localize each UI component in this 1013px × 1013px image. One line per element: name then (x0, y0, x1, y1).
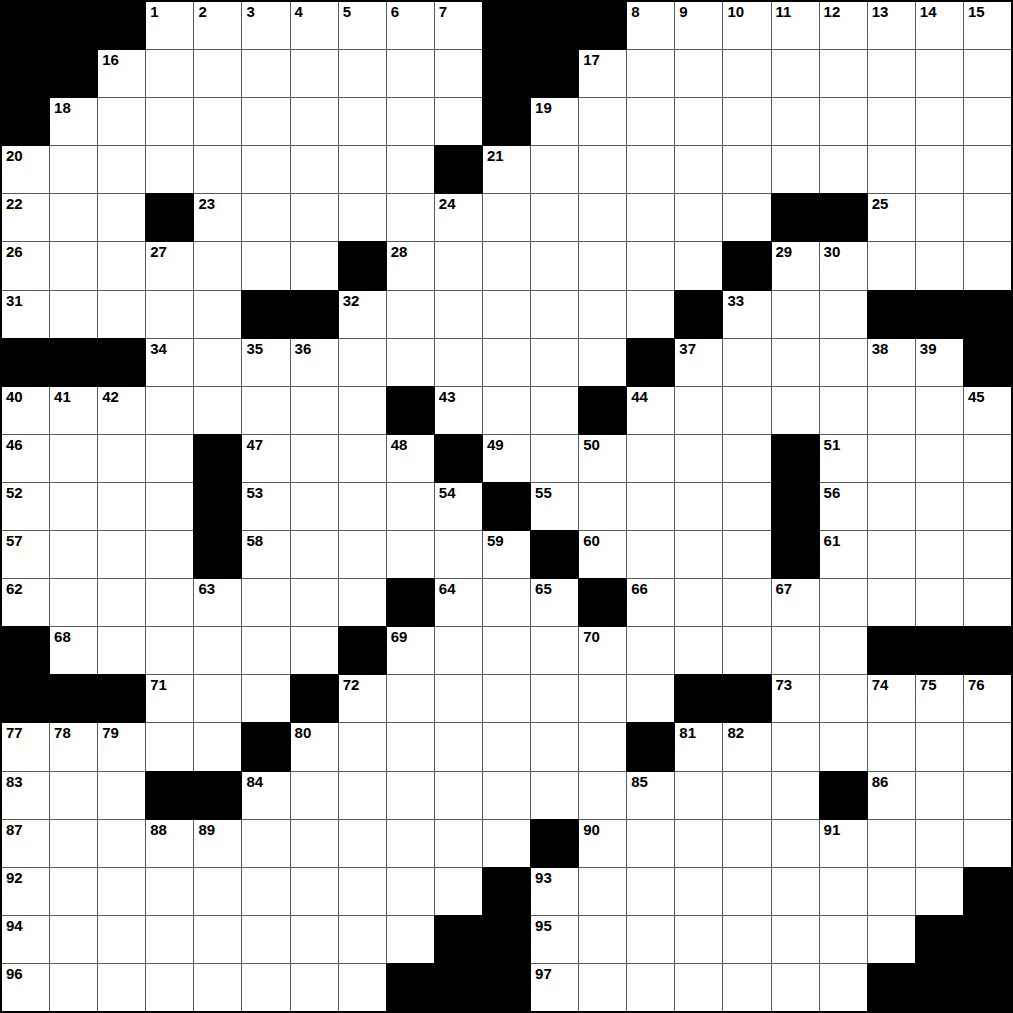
white-cell[interactable] (916, 579, 963, 626)
white-cell[interactable] (723, 483, 770, 530)
white-cell[interactable]: 92 (2, 868, 49, 915)
white-cell[interactable] (194, 723, 241, 770)
white-cell[interactable] (435, 291, 482, 338)
white-cell[interactable] (627, 98, 674, 145)
white-cell[interactable]: 66 (627, 579, 674, 626)
white-cell[interactable] (483, 627, 530, 674)
white-cell[interactable] (916, 820, 963, 867)
white-cell[interactable] (435, 627, 482, 674)
white-cell[interactable] (723, 339, 770, 386)
white-cell[interactable]: 14 (916, 2, 963, 49)
white-cell[interactable] (339, 531, 386, 578)
white-cell[interactable] (242, 964, 289, 1011)
white-cell[interactable] (387, 98, 434, 145)
white-cell[interactable] (146, 146, 193, 193)
white-cell[interactable] (339, 723, 386, 770)
white-cell[interactable] (868, 146, 915, 193)
white-cell[interactable] (723, 50, 770, 97)
white-cell[interactable]: 89 (194, 820, 241, 867)
white-cell[interactable] (579, 868, 626, 915)
white-cell[interactable] (50, 146, 97, 193)
white-cell[interactable]: 56 (820, 483, 867, 530)
white-cell[interactable]: 44 (627, 387, 674, 434)
white-cell[interactable] (627, 146, 674, 193)
white-cell[interactable] (291, 50, 338, 97)
white-cell[interactable]: 52 (2, 483, 49, 530)
white-cell[interactable] (387, 339, 434, 386)
white-cell[interactable] (916, 387, 963, 434)
white-cell[interactable] (146, 579, 193, 626)
white-cell[interactable] (964, 98, 1011, 145)
white-cell[interactable]: 21 (483, 146, 530, 193)
white-cell[interactable] (146, 483, 193, 530)
white-cell[interactable]: 34 (146, 339, 193, 386)
white-cell[interactable]: 37 (675, 339, 722, 386)
white-cell[interactable] (916, 98, 963, 145)
white-cell[interactable] (291, 387, 338, 434)
white-cell[interactable] (627, 291, 674, 338)
white-cell[interactable]: 6 (387, 2, 434, 49)
white-cell[interactable] (820, 964, 867, 1011)
white-cell[interactable] (98, 916, 145, 963)
white-cell[interactable] (531, 723, 578, 770)
white-cell[interactable] (868, 531, 915, 578)
white-cell[interactable]: 82 (723, 723, 770, 770)
white-cell[interactable]: 17 (579, 50, 626, 97)
white-cell[interactable] (772, 868, 819, 915)
white-cell[interactable] (146, 291, 193, 338)
white-cell[interactable] (339, 435, 386, 482)
white-cell[interactable] (194, 964, 241, 1011)
white-cell[interactable]: 35 (242, 339, 289, 386)
white-cell[interactable] (723, 916, 770, 963)
white-cell[interactable]: 30 (820, 242, 867, 289)
white-cell[interactable] (531, 194, 578, 241)
white-cell[interactable] (772, 98, 819, 145)
white-cell[interactable]: 2 (194, 2, 241, 49)
white-cell[interactable] (98, 435, 145, 482)
white-cell[interactable] (820, 916, 867, 963)
white-cell[interactable] (675, 435, 722, 482)
white-cell[interactable] (146, 868, 193, 915)
white-cell[interactable] (339, 916, 386, 963)
white-cell[interactable] (675, 242, 722, 289)
white-cell[interactable] (627, 627, 674, 674)
white-cell[interactable] (242, 194, 289, 241)
white-cell[interactable]: 58 (242, 531, 289, 578)
white-cell[interactable]: 90 (579, 820, 626, 867)
white-cell[interactable] (339, 387, 386, 434)
white-cell[interactable] (339, 579, 386, 626)
white-cell[interactable] (868, 98, 915, 145)
white-cell[interactable]: 19 (531, 98, 578, 145)
white-cell[interactable] (531, 435, 578, 482)
white-cell[interactable] (50, 964, 97, 1011)
white-cell[interactable]: 61 (820, 531, 867, 578)
white-cell[interactable] (50, 531, 97, 578)
white-cell[interactable] (772, 627, 819, 674)
white-cell[interactable]: 54 (435, 483, 482, 530)
white-cell[interactable]: 48 (387, 435, 434, 482)
white-cell[interactable] (339, 50, 386, 97)
white-cell[interactable] (675, 146, 722, 193)
white-cell[interactable]: 18 (50, 98, 97, 145)
white-cell[interactable]: 87 (2, 820, 49, 867)
white-cell[interactable] (579, 194, 626, 241)
white-cell[interactable] (50, 435, 97, 482)
white-cell[interactable] (772, 291, 819, 338)
white-cell[interactable]: 64 (435, 579, 482, 626)
white-cell[interactable] (98, 98, 145, 145)
white-cell[interactable] (723, 579, 770, 626)
white-cell[interactable] (579, 146, 626, 193)
white-cell[interactable] (146, 964, 193, 1011)
white-cell[interactable] (820, 146, 867, 193)
white-cell[interactable]: 13 (868, 2, 915, 49)
white-cell[interactable] (339, 483, 386, 530)
white-cell[interactable]: 32 (339, 291, 386, 338)
white-cell[interactable] (146, 916, 193, 963)
white-cell[interactable] (579, 483, 626, 530)
white-cell[interactable] (50, 916, 97, 963)
white-cell[interactable]: 95 (531, 916, 578, 963)
white-cell[interactable] (531, 339, 578, 386)
white-cell[interactable]: 23 (194, 194, 241, 241)
white-cell[interactable] (723, 194, 770, 241)
white-cell[interactable]: 94 (2, 916, 49, 963)
white-cell[interactable] (820, 723, 867, 770)
white-cell[interactable] (627, 964, 674, 1011)
white-cell[interactable] (98, 820, 145, 867)
white-cell[interactable]: 20 (2, 146, 49, 193)
white-cell[interactable] (98, 531, 145, 578)
white-cell[interactable]: 83 (2, 772, 49, 819)
white-cell[interactable] (146, 531, 193, 578)
white-cell[interactable] (483, 675, 530, 722)
white-cell[interactable]: 39 (916, 339, 963, 386)
white-cell[interactable]: 88 (146, 820, 193, 867)
white-cell[interactable] (98, 627, 145, 674)
white-cell[interactable] (291, 194, 338, 241)
white-cell[interactable] (868, 868, 915, 915)
white-cell[interactable] (98, 772, 145, 819)
white-cell[interactable]: 10 (723, 2, 770, 49)
white-cell[interactable]: 75 (916, 675, 963, 722)
white-cell[interactable] (435, 820, 482, 867)
white-cell[interactable] (868, 579, 915, 626)
white-cell[interactable] (387, 868, 434, 915)
white-cell[interactable] (50, 579, 97, 626)
white-cell[interactable] (291, 435, 338, 482)
white-cell[interactable] (483, 772, 530, 819)
white-cell[interactable] (146, 50, 193, 97)
white-cell[interactable] (579, 242, 626, 289)
white-cell[interactable] (387, 772, 434, 819)
white-cell[interactable]: 31 (2, 291, 49, 338)
white-cell[interactable] (339, 964, 386, 1011)
white-cell[interactable] (194, 675, 241, 722)
white-cell[interactable]: 80 (291, 723, 338, 770)
white-cell[interactable] (242, 916, 289, 963)
white-cell[interactable] (723, 964, 770, 1011)
white-cell[interactable] (964, 531, 1011, 578)
white-cell[interactable] (194, 868, 241, 915)
white-cell[interactable] (291, 531, 338, 578)
white-cell[interactable] (387, 531, 434, 578)
white-cell[interactable] (146, 627, 193, 674)
white-cell[interactable] (291, 579, 338, 626)
white-cell[interactable] (291, 772, 338, 819)
white-cell[interactable] (291, 964, 338, 1011)
white-cell[interactable] (435, 868, 482, 915)
white-cell[interactable]: 72 (339, 675, 386, 722)
white-cell[interactable] (98, 242, 145, 289)
white-cell[interactable]: 3 (242, 2, 289, 49)
white-cell[interactable] (868, 435, 915, 482)
white-cell[interactable] (291, 627, 338, 674)
white-cell[interactable] (291, 868, 338, 915)
white-cell[interactable] (242, 242, 289, 289)
white-cell[interactable] (820, 387, 867, 434)
white-cell[interactable]: 36 (291, 339, 338, 386)
white-cell[interactable] (531, 291, 578, 338)
white-cell[interactable] (339, 772, 386, 819)
white-cell[interactable] (50, 820, 97, 867)
white-cell[interactable] (146, 98, 193, 145)
white-cell[interactable] (579, 98, 626, 145)
white-cell[interactable] (820, 868, 867, 915)
white-cell[interactable] (146, 435, 193, 482)
white-cell[interactable]: 33 (723, 291, 770, 338)
white-cell[interactable] (723, 820, 770, 867)
white-cell[interactable] (242, 868, 289, 915)
white-cell[interactable]: 96 (2, 964, 49, 1011)
white-cell[interactable] (483, 579, 530, 626)
white-cell[interactable] (242, 98, 289, 145)
white-cell[interactable] (50, 291, 97, 338)
white-cell[interactable] (627, 435, 674, 482)
white-cell[interactable] (531, 146, 578, 193)
white-cell[interactable]: 73 (772, 675, 819, 722)
white-cell[interactable] (50, 868, 97, 915)
white-cell[interactable] (194, 146, 241, 193)
white-cell[interactable]: 28 (387, 242, 434, 289)
white-cell[interactable] (772, 772, 819, 819)
white-cell[interactable] (579, 916, 626, 963)
white-cell[interactable] (820, 339, 867, 386)
white-cell[interactable]: 26 (2, 242, 49, 289)
white-cell[interactable]: 81 (675, 723, 722, 770)
white-cell[interactable] (627, 483, 674, 530)
white-cell[interactable] (675, 531, 722, 578)
white-cell[interactable] (964, 435, 1011, 482)
white-cell[interactable] (723, 868, 770, 915)
white-cell[interactable] (964, 242, 1011, 289)
white-cell[interactable]: 85 (627, 772, 674, 819)
white-cell[interactable] (675, 916, 722, 963)
white-cell[interactable] (50, 194, 97, 241)
white-cell[interactable] (435, 772, 482, 819)
white-cell[interactable] (435, 675, 482, 722)
white-cell[interactable] (531, 772, 578, 819)
white-cell[interactable] (194, 50, 241, 97)
white-cell[interactable] (579, 675, 626, 722)
white-cell[interactable] (964, 194, 1011, 241)
white-cell[interactable] (627, 916, 674, 963)
white-cell[interactable] (98, 868, 145, 915)
white-cell[interactable] (675, 98, 722, 145)
white-cell[interactable] (723, 627, 770, 674)
white-cell[interactable]: 69 (387, 627, 434, 674)
white-cell[interactable]: 25 (868, 194, 915, 241)
white-cell[interactable] (98, 146, 145, 193)
white-cell[interactable]: 77 (2, 723, 49, 770)
white-cell[interactable] (772, 387, 819, 434)
white-cell[interactable] (483, 291, 530, 338)
white-cell[interactable]: 76 (964, 675, 1011, 722)
white-cell[interactable] (531, 242, 578, 289)
white-cell[interactable] (387, 820, 434, 867)
white-cell[interactable] (627, 820, 674, 867)
white-cell[interactable]: 57 (2, 531, 49, 578)
white-cell[interactable] (242, 820, 289, 867)
white-cell[interactable] (291, 483, 338, 530)
white-cell[interactable] (627, 194, 674, 241)
white-cell[interactable]: 65 (531, 579, 578, 626)
white-cell[interactable]: 67 (772, 579, 819, 626)
white-cell[interactable]: 74 (868, 675, 915, 722)
white-cell[interactable] (916, 194, 963, 241)
white-cell[interactable]: 8 (627, 2, 674, 49)
white-cell[interactable] (675, 387, 722, 434)
white-cell[interactable] (194, 339, 241, 386)
white-cell[interactable] (916, 242, 963, 289)
white-cell[interactable] (98, 194, 145, 241)
white-cell[interactable] (723, 98, 770, 145)
white-cell[interactable] (387, 291, 434, 338)
white-cell[interactable] (627, 242, 674, 289)
white-cell[interactable] (339, 98, 386, 145)
white-cell[interactable] (772, 916, 819, 963)
white-cell[interactable]: 84 (242, 772, 289, 819)
white-cell[interactable]: 50 (579, 435, 626, 482)
white-cell[interactable] (820, 579, 867, 626)
white-cell[interactable] (483, 387, 530, 434)
white-cell[interactable]: 41 (50, 387, 97, 434)
white-cell[interactable]: 12 (820, 2, 867, 49)
white-cell[interactable] (916, 435, 963, 482)
white-cell[interactable]: 93 (531, 868, 578, 915)
white-cell[interactable] (675, 820, 722, 867)
white-cell[interactable]: 45 (964, 387, 1011, 434)
white-cell[interactable] (579, 339, 626, 386)
white-cell[interactable] (916, 146, 963, 193)
white-cell[interactable] (194, 242, 241, 289)
white-cell[interactable] (820, 627, 867, 674)
white-cell[interactable] (98, 291, 145, 338)
white-cell[interactable] (242, 146, 289, 193)
white-cell[interactable] (723, 387, 770, 434)
white-cell[interactable] (675, 483, 722, 530)
white-cell[interactable] (242, 387, 289, 434)
white-cell[interactable] (50, 483, 97, 530)
white-cell[interactable] (964, 50, 1011, 97)
white-cell[interactable] (964, 579, 1011, 626)
white-cell[interactable]: 62 (2, 579, 49, 626)
white-cell[interactable]: 97 (531, 964, 578, 1011)
white-cell[interactable] (723, 435, 770, 482)
white-cell[interactable]: 42 (98, 387, 145, 434)
white-cell[interactable] (820, 50, 867, 97)
white-cell[interactable] (820, 98, 867, 145)
white-cell[interactable] (291, 98, 338, 145)
white-cell[interactable] (964, 146, 1011, 193)
white-cell[interactable]: 5 (339, 2, 386, 49)
white-cell[interactable] (242, 50, 289, 97)
white-cell[interactable] (435, 723, 482, 770)
white-cell[interactable] (627, 868, 674, 915)
white-cell[interactable]: 68 (50, 627, 97, 674)
white-cell[interactable]: 40 (2, 387, 49, 434)
white-cell[interactable]: 70 (579, 627, 626, 674)
white-cell[interactable] (339, 868, 386, 915)
white-cell[interactable] (194, 98, 241, 145)
white-cell[interactable] (483, 723, 530, 770)
white-cell[interactable] (916, 723, 963, 770)
white-cell[interactable] (916, 483, 963, 530)
white-cell[interactable]: 59 (483, 531, 530, 578)
white-cell[interactable] (339, 194, 386, 241)
white-cell[interactable] (916, 531, 963, 578)
white-cell[interactable] (723, 146, 770, 193)
white-cell[interactable] (627, 50, 674, 97)
white-cell[interactable] (387, 916, 434, 963)
white-cell[interactable] (291, 242, 338, 289)
white-cell[interactable]: 53 (242, 483, 289, 530)
white-cell[interactable]: 24 (435, 194, 482, 241)
white-cell[interactable] (964, 483, 1011, 530)
white-cell[interactable] (50, 242, 97, 289)
white-cell[interactable]: 91 (820, 820, 867, 867)
white-cell[interactable] (435, 98, 482, 145)
white-cell[interactable]: 86 (868, 772, 915, 819)
white-cell[interactable] (435, 50, 482, 97)
white-cell[interactable] (675, 50, 722, 97)
white-cell[interactable]: 4 (291, 2, 338, 49)
white-cell[interactable] (868, 483, 915, 530)
white-cell[interactable] (387, 483, 434, 530)
white-cell[interactable] (772, 964, 819, 1011)
white-cell[interactable] (772, 339, 819, 386)
white-cell[interactable] (627, 531, 674, 578)
white-cell[interactable] (98, 483, 145, 530)
white-cell[interactable] (387, 723, 434, 770)
white-cell[interactable] (339, 339, 386, 386)
white-cell[interactable] (242, 579, 289, 626)
white-cell[interactable] (50, 772, 97, 819)
white-cell[interactable] (723, 772, 770, 819)
white-cell[interactable]: 9 (675, 2, 722, 49)
white-cell[interactable] (675, 579, 722, 626)
white-cell[interactable] (242, 675, 289, 722)
white-cell[interactable]: 71 (146, 675, 193, 722)
white-cell[interactable] (820, 675, 867, 722)
white-cell[interactable] (723, 531, 770, 578)
white-cell[interactable] (194, 916, 241, 963)
white-cell[interactable] (242, 627, 289, 674)
white-cell[interactable]: 11 (772, 2, 819, 49)
white-cell[interactable] (194, 291, 241, 338)
